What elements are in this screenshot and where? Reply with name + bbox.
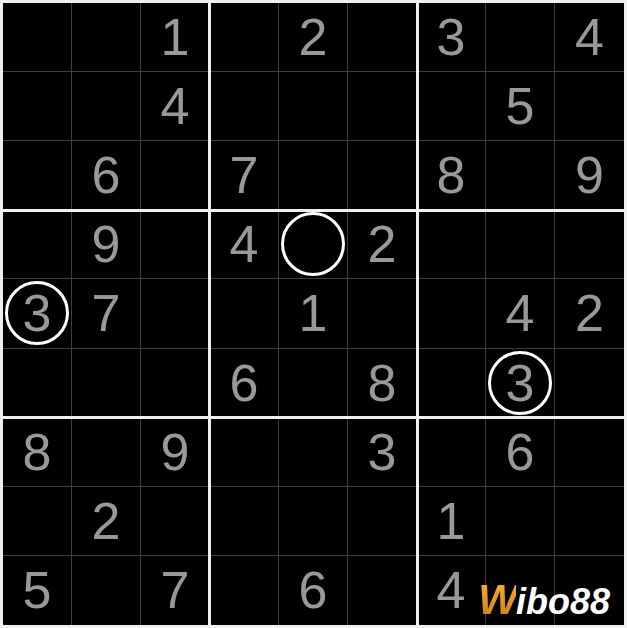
cell-value: 8	[23, 426, 52, 478]
cell-r4c5[interactable]	[279, 210, 348, 279]
cell-r9c4[interactable]	[210, 556, 279, 625]
cell-value: 9	[92, 218, 121, 270]
cell-value: 6	[230, 357, 259, 409]
cell-r1c6[interactable]	[348, 3, 417, 72]
cell-r7c6[interactable]: 3	[348, 418, 417, 487]
cell-value: 4	[161, 80, 190, 132]
cell-value: 4	[506, 287, 535, 339]
cell-r5c6[interactable]	[348, 279, 417, 348]
cell-r5c9[interactable]: 2	[555, 279, 624, 348]
cell-r2c5[interactable]	[279, 72, 348, 141]
cell-r1c3[interactable]: 1	[141, 3, 210, 72]
cell-r9c6[interactable]	[348, 556, 417, 625]
wibo88-logo-w-mark: W	[478, 576, 516, 623]
cell-r9c3[interactable]: 7	[141, 556, 210, 625]
cell-value: 4	[230, 218, 259, 270]
cell-r1c9[interactable]: 4	[555, 3, 624, 72]
cell-r7c7[interactable]	[417, 418, 486, 487]
cell-r2c7[interactable]	[417, 72, 486, 141]
cell-value: 8	[368, 357, 397, 409]
cell-r8c2[interactable]: 2	[72, 487, 141, 556]
cell-r1c7[interactable]: 3	[417, 3, 486, 72]
cell-r3c1[interactable]	[3, 141, 72, 210]
cell-value: 6	[92, 149, 121, 201]
cell-r1c4[interactable]	[210, 3, 279, 72]
cell-r1c5[interactable]: 2	[279, 3, 348, 72]
cell-r8c1[interactable]	[3, 487, 72, 556]
cell-r8c6[interactable]	[348, 487, 417, 556]
cell-value: 5	[23, 564, 52, 616]
cell-value: 1	[299, 287, 328, 339]
wibo88-logo-text: ibo88	[516, 581, 610, 622]
cell-r6c4[interactable]: 6	[210, 349, 279, 418]
cell-r8c5[interactable]	[279, 487, 348, 556]
cell-r6c1[interactable]	[3, 349, 72, 418]
cell-value: 9	[161, 426, 190, 478]
cell-r4c9[interactable]	[555, 210, 624, 279]
cell-r9c2[interactable]	[72, 556, 141, 625]
cell-r6c5[interactable]	[279, 349, 348, 418]
wibo88-logo: Wibo88	[478, 579, 610, 621]
cell-r6c3[interactable]	[141, 349, 210, 418]
cell-r7c3[interactable]: 9	[141, 418, 210, 487]
cell-value: 1	[437, 495, 466, 547]
cell-r2c8[interactable]: 5	[486, 72, 555, 141]
cell-r3c7[interactable]: 8	[417, 141, 486, 210]
cell-value: 5	[506, 80, 535, 132]
cell-r3c9[interactable]: 9	[555, 141, 624, 210]
cell-r4c2[interactable]: 9	[72, 210, 141, 279]
cell-r4c6[interactable]: 2	[348, 210, 417, 279]
cell-value: 7	[92, 287, 121, 339]
cell-r7c1[interactable]: 8	[3, 418, 72, 487]
cell-r5c5[interactable]: 1	[279, 279, 348, 348]
cell-r4c1[interactable]	[3, 210, 72, 279]
cell-r1c8[interactable]	[486, 3, 555, 72]
cell-r4c8[interactable]	[486, 210, 555, 279]
cell-r6c9[interactable]	[555, 349, 624, 418]
cell-value: 4	[575, 11, 604, 63]
cell-value: 8	[437, 149, 466, 201]
cell-r7c5[interactable]	[279, 418, 348, 487]
cell-r3c2[interactable]: 6	[72, 141, 141, 210]
cell-r7c2[interactable]	[72, 418, 141, 487]
cell-r4c7[interactable]	[417, 210, 486, 279]
cell-r6c8[interactable]: 3	[486, 349, 555, 418]
cell-r4c3[interactable]	[141, 210, 210, 279]
cell-r1c2[interactable]	[72, 3, 141, 72]
cell-r5c8[interactable]: 4	[486, 279, 555, 348]
cell-r8c7[interactable]: 1	[417, 487, 486, 556]
cell-value: 9	[575, 149, 604, 201]
cell-value: 6	[506, 426, 535, 478]
cell-value: 3	[506, 357, 535, 409]
cell-r6c7[interactable]	[417, 349, 486, 418]
cell-r4c4[interactable]: 4	[210, 210, 279, 279]
cell-r2c3[interactable]: 4	[141, 72, 210, 141]
cell-value: 3	[23, 287, 52, 339]
circle-annotation	[281, 212, 345, 276]
cell-r3c4[interactable]: 7	[210, 141, 279, 210]
cell-r8c8[interactable]	[486, 487, 555, 556]
cell-r2c4[interactable]	[210, 72, 279, 141]
cell-r5c3[interactable]	[141, 279, 210, 348]
cell-r3c6[interactable]	[348, 141, 417, 210]
cell-r7c9[interactable]	[555, 418, 624, 487]
cell-r8c3[interactable]	[141, 487, 210, 556]
cell-r9c5[interactable]: 6	[279, 556, 348, 625]
cell-r2c6[interactable]	[348, 72, 417, 141]
cell-value: 6	[299, 564, 328, 616]
cell-value: 1	[161, 11, 190, 63]
cell-r7c8[interactable]: 6	[486, 418, 555, 487]
cell-value: 2	[575, 287, 604, 339]
sudoku-board: 1234456789942371426838936215764 Wibo88	[0, 0, 627, 628]
cell-r6c6[interactable]: 8	[348, 349, 417, 418]
cell-r3c8[interactable]	[486, 141, 555, 210]
cell-r5c4[interactable]	[210, 279, 279, 348]
cell-r8c9[interactable]	[555, 487, 624, 556]
cell-r9c1[interactable]: 5	[3, 556, 72, 625]
cell-r3c5[interactable]	[279, 141, 348, 210]
cell-r5c2[interactable]: 7	[72, 279, 141, 348]
cell-r8c4[interactable]	[210, 487, 279, 556]
cell-r5c1[interactable]: 3	[3, 279, 72, 348]
cell-r5c7[interactable]	[417, 279, 486, 348]
cell-r2c1[interactable]	[3, 72, 72, 141]
cell-r3c3[interactable]	[141, 141, 210, 210]
cell-r2c2[interactable]	[72, 72, 141, 141]
cell-value: 7	[230, 149, 259, 201]
cell-r7c4[interactable]	[210, 418, 279, 487]
cell-r6c2[interactable]	[72, 349, 141, 418]
cell-value: 3	[437, 11, 466, 63]
cell-r9c7[interactable]: 4	[417, 556, 486, 625]
cell-value: 2	[92, 495, 121, 547]
cell-r2c9[interactable]	[555, 72, 624, 141]
cell-value: 2	[368, 218, 397, 270]
cell-value: 2	[299, 11, 328, 63]
cell-value: 3	[368, 426, 397, 478]
cell-r1c1[interactable]	[3, 3, 72, 72]
sudoku-grid: 1234456789942371426838936215764	[3, 3, 624, 625]
cell-value: 4	[437, 564, 466, 616]
cell-value: 7	[161, 564, 190, 616]
